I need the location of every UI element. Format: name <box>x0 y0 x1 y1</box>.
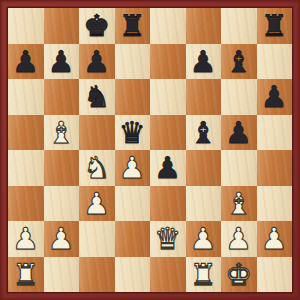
square-h3[interactable] <box>257 186 293 222</box>
white-queen: ♛ <box>154 221 181 257</box>
black-pawn: ♟ <box>190 44 217 80</box>
square-c7[interactable]: ♟ <box>79 44 115 80</box>
square-b6[interactable] <box>44 79 80 115</box>
black-pawn: ♟ <box>48 44 75 80</box>
square-e3[interactable] <box>150 186 186 222</box>
black-queen: ♛ <box>119 115 146 151</box>
white-pawn: ♟ <box>225 221 252 257</box>
square-c6[interactable]: ♞ <box>79 79 115 115</box>
square-b4[interactable] <box>44 150 80 186</box>
square-g5[interactable]: ♟ <box>221 115 257 151</box>
square-e2[interactable]: ♛ <box>150 221 186 257</box>
square-g8[interactable] <box>221 8 257 44</box>
square-f2[interactable]: ♟ <box>186 221 222 257</box>
square-e8[interactable] <box>150 8 186 44</box>
white-rook: ♜ <box>12 257 39 293</box>
black-pawn: ♟ <box>261 79 288 115</box>
square-g6[interactable] <box>221 79 257 115</box>
square-h1[interactable] <box>257 257 293 293</box>
black-rook: ♜ <box>261 8 288 44</box>
square-e1[interactable] <box>150 257 186 293</box>
square-f4[interactable] <box>186 150 222 186</box>
square-e4[interactable]: ♟ <box>150 150 186 186</box>
square-e6[interactable] <box>150 79 186 115</box>
white-rook: ♜ <box>190 257 217 293</box>
square-f6[interactable] <box>186 79 222 115</box>
black-pawn: ♟ <box>12 44 39 80</box>
square-f7[interactable]: ♟ <box>186 44 222 80</box>
square-d3[interactable] <box>115 186 151 222</box>
square-c8[interactable]: ♚ <box>79 8 115 44</box>
square-d1[interactable] <box>115 257 151 293</box>
square-f5[interactable]: ♝ <box>186 115 222 151</box>
square-g1[interactable]: ♚ <box>221 257 257 293</box>
square-a3[interactable] <box>8 186 44 222</box>
square-a7[interactable]: ♟ <box>8 44 44 80</box>
white-bishop: ♝ <box>48 115 75 151</box>
square-a5[interactable] <box>8 115 44 151</box>
square-d2[interactable] <box>115 221 151 257</box>
square-d8[interactable]: ♜ <box>115 8 151 44</box>
square-a1[interactable]: ♜ <box>8 257 44 293</box>
white-pawn: ♟ <box>12 221 39 257</box>
white-pawn: ♟ <box>190 221 217 257</box>
black-pawn: ♟ <box>83 44 110 80</box>
square-f1[interactable]: ♜ <box>186 257 222 293</box>
square-c2[interactable] <box>79 221 115 257</box>
square-b8[interactable] <box>44 8 80 44</box>
square-e5[interactable] <box>150 115 186 151</box>
black-bishop: ♝ <box>225 44 252 80</box>
white-pawn: ♟ <box>119 150 146 186</box>
square-g2[interactable]: ♟ <box>221 221 257 257</box>
chess-board: ♚♜♜♟♟♟♟♝♞♟♝♛♝♟♞♟♟♟♝♟♟♛♟♟♟♜♜♚ <box>8 8 292 292</box>
square-h2[interactable]: ♟ <box>257 221 293 257</box>
square-a6[interactable] <box>8 79 44 115</box>
square-d4[interactable]: ♟ <box>115 150 151 186</box>
white-king: ♚ <box>225 257 252 293</box>
square-b5[interactable]: ♝ <box>44 115 80 151</box>
black-bishop: ♝ <box>190 115 217 151</box>
square-a2[interactable]: ♟ <box>8 221 44 257</box>
square-d5[interactable]: ♛ <box>115 115 151 151</box>
square-b2[interactable]: ♟ <box>44 221 80 257</box>
square-h5[interactable] <box>257 115 293 151</box>
square-f3[interactable] <box>186 186 222 222</box>
white-pawn: ♟ <box>48 221 75 257</box>
square-g7[interactable]: ♝ <box>221 44 257 80</box>
square-e7[interactable] <box>150 44 186 80</box>
square-b1[interactable] <box>44 257 80 293</box>
square-c1[interactable] <box>79 257 115 293</box>
square-c4[interactable]: ♞ <box>79 150 115 186</box>
square-a4[interactable] <box>8 150 44 186</box>
black-pawn: ♟ <box>225 115 252 151</box>
square-d7[interactable] <box>115 44 151 80</box>
black-pawn: ♟ <box>154 150 181 186</box>
square-c5[interactable] <box>79 115 115 151</box>
black-king: ♚ <box>83 8 110 44</box>
square-h4[interactable] <box>257 150 293 186</box>
square-h7[interactable] <box>257 44 293 80</box>
square-h6[interactable]: ♟ <box>257 79 293 115</box>
black-rook: ♜ <box>119 8 146 44</box>
square-b3[interactable] <box>44 186 80 222</box>
square-g3[interactable]: ♝ <box>221 186 257 222</box>
square-d6[interactable] <box>115 79 151 115</box>
board-frame: ♚♜♜♟♟♟♟♝♞♟♝♛♝♟♞♟♟♟♝♟♟♛♟♟♟♜♜♚ <box>0 0 300 300</box>
square-b7[interactable]: ♟ <box>44 44 80 80</box>
white-bishop: ♝ <box>225 186 252 222</box>
square-f8[interactable] <box>186 8 222 44</box>
square-c3[interactable]: ♟ <box>79 186 115 222</box>
square-a8[interactable] <box>8 8 44 44</box>
white-pawn: ♟ <box>83 186 110 222</box>
white-pawn: ♟ <box>261 221 288 257</box>
square-h8[interactable]: ♜ <box>257 8 293 44</box>
black-knight: ♞ <box>83 79 110 115</box>
square-g4[interactable] <box>221 150 257 186</box>
white-knight: ♞ <box>83 150 110 186</box>
